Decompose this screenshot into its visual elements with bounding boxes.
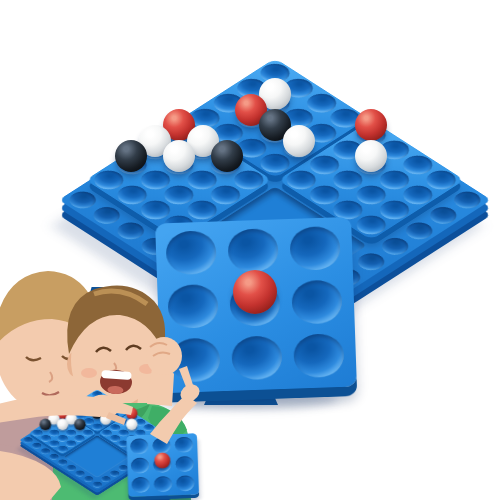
children-hands — [0, 0, 500, 500]
product-photo-scene — [0, 0, 500, 500]
right-child-reaching-hand — [150, 366, 203, 444]
left-child-forearm — [0, 442, 61, 500]
left-child-pointing-hand — [0, 392, 133, 425]
